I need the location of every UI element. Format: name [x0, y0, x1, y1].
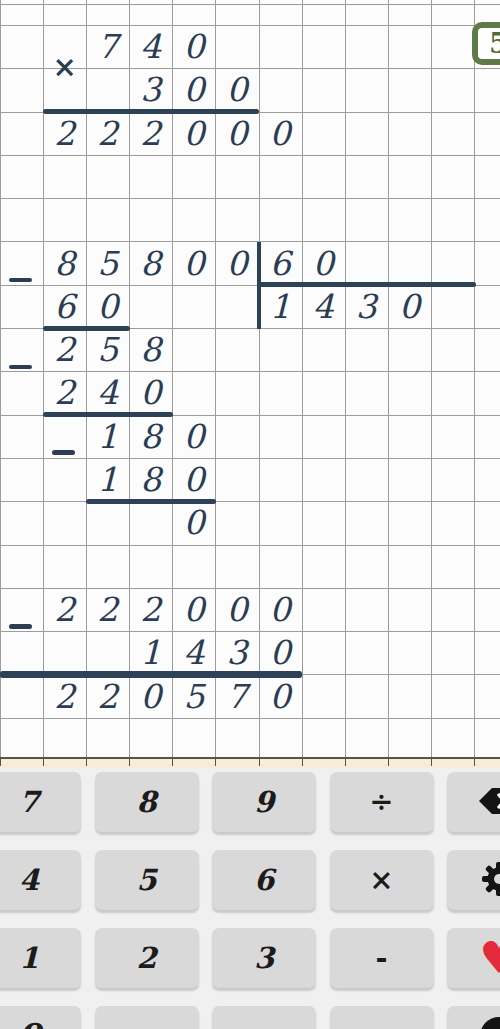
digit-cell: 2: [86, 588, 129, 631]
key-0-label: 0: [17, 1016, 41, 1029]
key-9[interactable]: 9: [212, 772, 316, 832]
digit-cell: 1: [259, 285, 302, 328]
digit-cell: 7: [86, 25, 129, 68]
digit-cell: 5: [86, 328, 129, 371]
div-subtrahend-1: 60: [43, 285, 129, 328]
keypad: 7 8 9 ÷ 4: [0, 768, 500, 1029]
digit-cell: 4: [86, 371, 129, 414]
digit-cell: 8: [129, 415, 172, 458]
digit-cell: 5: [172, 675, 215, 718]
digit-cell: 3: [345, 285, 388, 328]
digit-cell: 8: [129, 458, 172, 501]
digit-cell: 7: [215, 675, 258, 718]
minus-key-sign: -: [375, 941, 387, 975]
digit-cell: 4: [172, 631, 215, 674]
digit-cell: 0: [259, 588, 302, 631]
digit-cell: 0: [215, 588, 258, 631]
key-6-label: 6: [254, 863, 274, 897]
key-5[interactable]: 5: [95, 850, 199, 910]
key-8-label: 8: [136, 785, 156, 819]
key-minus[interactable]: -: [330, 928, 434, 988]
digit-cell: 2: [129, 112, 172, 155]
multiply-key-sign: ×: [369, 863, 393, 897]
key-settings[interactable]: [447, 850, 500, 910]
digit-cell: 0: [172, 25, 215, 68]
key-3-label: 3: [254, 941, 274, 975]
digit-cell: 0: [259, 675, 302, 718]
div-remainder-0: 0: [172, 501, 215, 544]
digit-cell: 2: [43, 328, 86, 371]
divisor: 60: [259, 242, 345, 285]
digit-cell: 2: [43, 112, 86, 155]
key-blank-3[interactable]: [330, 1006, 434, 1029]
key-circle[interactable]: [447, 1006, 500, 1029]
digit-cell: 0: [172, 68, 215, 111]
score-badge: 5: [472, 22, 500, 65]
digit-cell: 4: [129, 25, 172, 68]
paper-edge: [0, 757, 500, 768]
div-remainder-2: 180: [86, 415, 215, 458]
digit-cell: 2: [43, 371, 86, 414]
mult-factor1: 740: [86, 25, 215, 68]
gear-icon: [479, 859, 500, 902]
digit-cell: 8: [129, 242, 172, 285]
quotient: 1430: [259, 285, 431, 328]
digit-cell: 8: [43, 242, 86, 285]
digit-cell: 0: [215, 242, 258, 285]
minus-sign-division-3: [52, 450, 75, 455]
digit-cell: 6: [259, 242, 302, 285]
multiply-sign: ×: [43, 46, 86, 89]
digit-cell: 0: [172, 242, 215, 285]
key-4[interactable]: 4: [0, 850, 81, 910]
worksheet-paper: × 5 740300222000858006060143025824018018…: [0, 0, 500, 757]
digit-cell: 1: [86, 415, 129, 458]
digit-cell: 0: [172, 588, 215, 631]
digit-cell: 0: [172, 501, 215, 544]
sub-minuend: 222000: [43, 588, 302, 631]
key-9-label: 9: [254, 785, 274, 819]
digit-cell: 2: [129, 588, 172, 631]
key-8[interactable]: 8: [95, 772, 199, 832]
circle-icon: [480, 1017, 500, 1029]
key-blank-1[interactable]: [95, 1006, 199, 1029]
key-1[interactable]: 1: [0, 928, 81, 988]
keypad-grid: 7 8 9 ÷ 4: [0, 772, 500, 1029]
digit-cell: 2: [86, 675, 129, 718]
digit-cell: 0: [302, 242, 345, 285]
mult-factor2: 300: [129, 68, 258, 111]
mult-product: 222000: [43, 112, 302, 155]
digit-cell: 0: [215, 112, 258, 155]
div-subtrahend-2: 240: [43, 371, 172, 414]
digit-cell: 2: [43, 588, 86, 631]
sub-subtrahend: 1430: [129, 631, 301, 674]
key-blank-2[interactable]: [212, 1006, 316, 1029]
dividend: 85800: [43, 242, 258, 285]
div-subtrahend-3: 180: [86, 458, 215, 501]
digit-cell: 8: [129, 328, 172, 371]
key-favorite[interactable]: ♥: [447, 928, 500, 988]
digit-cell: 1: [129, 631, 172, 674]
minus-sign-division-1: [9, 278, 32, 283]
key-2-label: 2: [136, 941, 156, 975]
minus-sign-subtraction: [9, 624, 32, 629]
digit-cell: 2: [43, 675, 86, 718]
paper-edge-ticks: [0, 759, 500, 766]
digit-cell: 4: [302, 285, 345, 328]
key-multiply[interactable]: ×: [330, 850, 434, 910]
key-1-label: 1: [19, 941, 39, 975]
key-divide[interactable]: ÷: [330, 772, 434, 832]
key-2[interactable]: 2: [95, 928, 199, 988]
digit-cell: 5: [86, 242, 129, 285]
digit-cell: 0: [172, 112, 215, 155]
digit-cell: 3: [215, 631, 258, 674]
div-remainder-1: 258: [43, 328, 172, 371]
digit-cell: 2: [86, 112, 129, 155]
digit-cell: 0: [388, 285, 431, 328]
sub-difference: 220570: [43, 675, 302, 718]
digit-cell: 0: [215, 68, 258, 111]
key-0[interactable]: 0: [0, 1006, 81, 1029]
key-3[interactable]: 3: [212, 928, 316, 988]
key-6[interactable]: 6: [212, 850, 316, 910]
key-4-label: 4: [19, 863, 39, 897]
heart-icon: ♥: [479, 936, 500, 980]
backspace-icon: [476, 785, 500, 820]
digit-cell: 3: [129, 68, 172, 111]
app-screen: × 5 740300222000858006060143025824018018…: [0, 0, 500, 1029]
digit-cell: 0: [86, 285, 129, 328]
digit-cell: 0: [172, 415, 215, 458]
digit-cell: 0: [129, 371, 172, 414]
divide-sign: ÷: [369, 785, 393, 819]
digit-cell: 1: [86, 458, 129, 501]
key-7-label: 7: [19, 785, 39, 819]
key-5-label: 5: [136, 863, 156, 897]
digit-cell: 0: [172, 458, 215, 501]
digit-cell: 6: [43, 285, 86, 328]
minus-sign-division-2: [9, 365, 32, 370]
key-7[interactable]: 7: [0, 772, 81, 832]
digit-cell: 0: [259, 112, 302, 155]
digit-cell: 0: [129, 675, 172, 718]
score-badge-label: 5: [489, 27, 500, 60]
key-backspace[interactable]: [447, 772, 500, 832]
digit-cell: 0: [259, 631, 302, 674]
